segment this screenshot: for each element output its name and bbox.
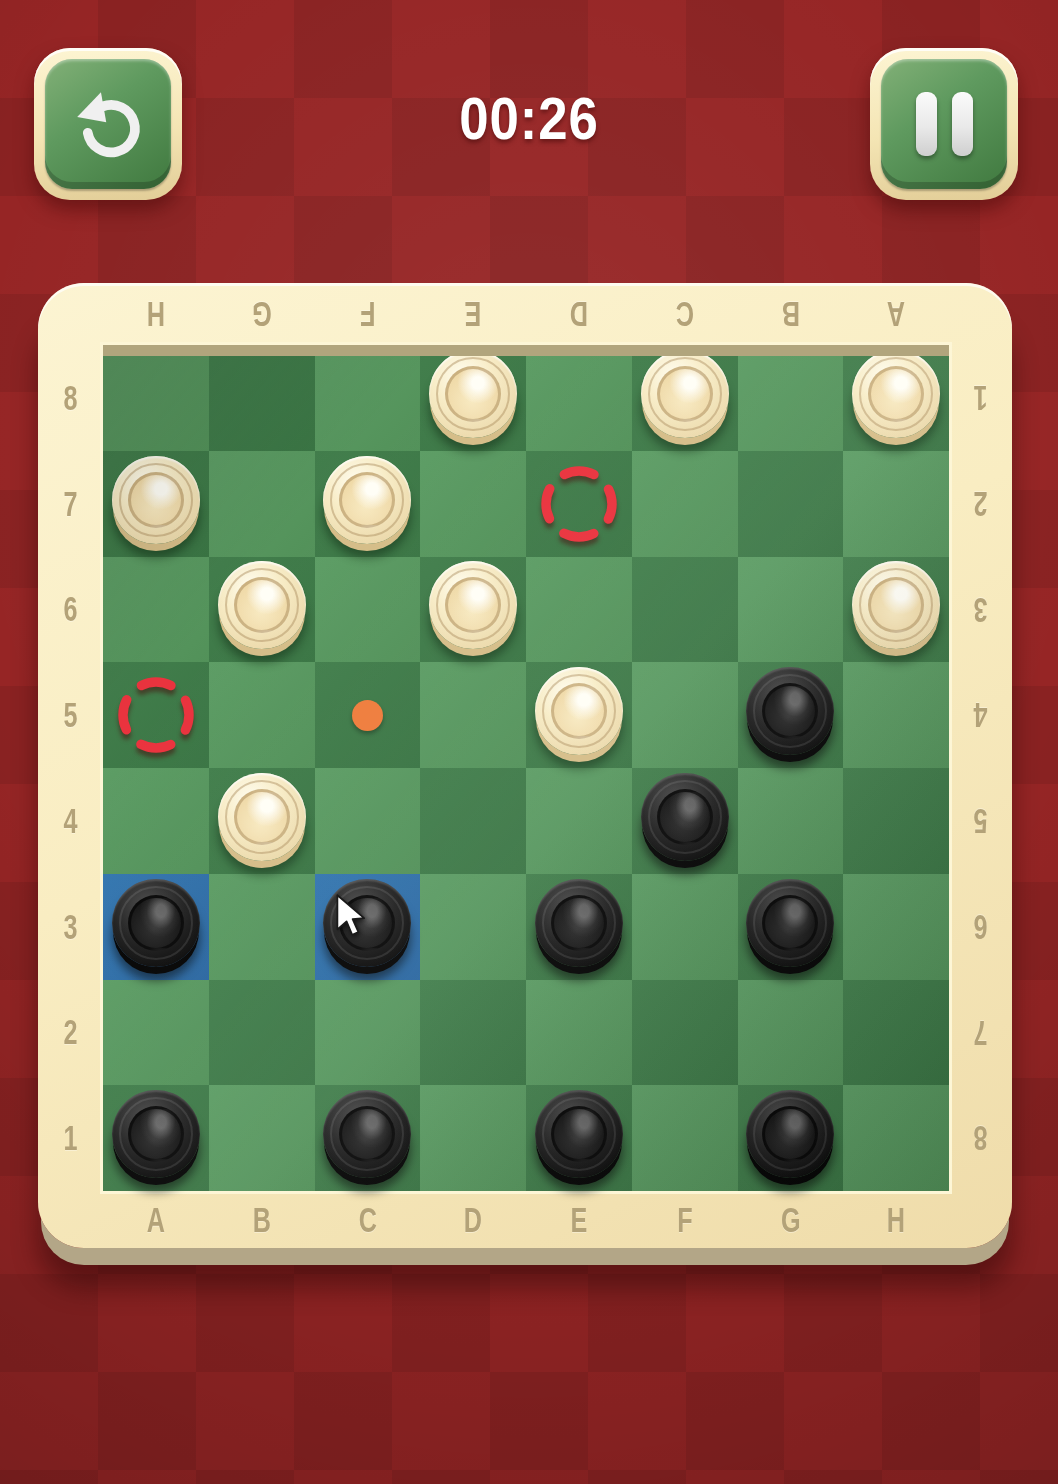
piece-white[interactable]: [323, 456, 411, 544]
square-b6[interactable]: [209, 557, 315, 663]
square-h4[interactable]: [843, 768, 949, 874]
square-a3[interactable]: [103, 874, 209, 980]
square-h5[interactable]: [843, 662, 949, 768]
square-f7[interactable]: [632, 451, 738, 557]
square-d8[interactable]: [420, 345, 526, 451]
rank-label-1: 1: [47, 1085, 94, 1191]
rank-label-right-4: 4: [958, 662, 1003, 768]
file-label-top-h: H: [118, 283, 194, 345]
file-label-top-c: C: [647, 283, 723, 345]
rank-label-right-1: 1: [958, 345, 1003, 451]
square-a1[interactable]: [103, 1085, 209, 1191]
rank-label-right-2: 2: [958, 451, 1003, 557]
rank-label-7: 7: [47, 451, 94, 557]
piece-white[interactable]: [429, 350, 517, 438]
square-f1[interactable]: [632, 1085, 738, 1191]
square-b8[interactable]: [209, 345, 315, 451]
capture-hint-ring-icon: [113, 672, 199, 758]
square-h1[interactable]: [843, 1085, 949, 1191]
square-h8[interactable]: [843, 345, 949, 451]
square-c4[interactable]: [315, 768, 421, 874]
square-g4[interactable]: [738, 768, 844, 874]
board-top-inset-shadow: [103, 345, 949, 356]
square-g6[interactable]: [738, 557, 844, 663]
square-a4[interactable]: [103, 768, 209, 874]
pause-bars-icon: [916, 92, 973, 156]
square-e4[interactable]: [526, 768, 632, 874]
file-labels-top: HGFEDCBA: [103, 283, 949, 345]
rank-label-2: 2: [47, 980, 94, 1086]
square-b1[interactable]: [209, 1085, 315, 1191]
piece-black[interactable]: [746, 667, 834, 755]
rank-label-5: 5: [47, 662, 94, 768]
square-b4[interactable]: [209, 768, 315, 874]
square-e8[interactable]: [526, 345, 632, 451]
square-d1[interactable]: [420, 1085, 526, 1191]
square-d2[interactable]: [420, 980, 526, 1086]
square-e5[interactable]: [526, 662, 632, 768]
piece-white[interactable]: [218, 561, 306, 649]
square-c7[interactable]: [315, 451, 421, 557]
square-f3[interactable]: [632, 874, 738, 980]
piece-white[interactable]: [852, 350, 940, 438]
square-e1[interactable]: [526, 1085, 632, 1191]
file-label-top-e: E: [435, 283, 511, 345]
square-f6[interactable]: [632, 557, 738, 663]
square-a6[interactable]: [103, 557, 209, 663]
square-f8[interactable]: [632, 345, 738, 451]
piece-black[interactable]: [535, 879, 623, 967]
rank-label-8: 8: [47, 345, 94, 451]
piece-white[interactable]: [641, 350, 729, 438]
square-h2[interactable]: [843, 980, 949, 1086]
rank-label-6: 6: [47, 557, 94, 663]
piece-white[interactable]: [112, 456, 200, 544]
square-e6[interactable]: [526, 557, 632, 663]
square-e2[interactable]: [526, 980, 632, 1086]
file-label-h: H: [858, 1191, 934, 1248]
square-a7[interactable]: [103, 451, 209, 557]
rank-label-4: 4: [47, 768, 94, 874]
square-c8[interactable]: [315, 345, 421, 451]
file-label-a: A: [118, 1191, 194, 1248]
piece-black[interactable]: [746, 879, 834, 967]
file-label-d: D: [435, 1191, 511, 1248]
rank-label-right-3: 3: [958, 557, 1003, 663]
file-label-f: F: [647, 1191, 723, 1248]
square-g3[interactable]: [738, 874, 844, 980]
checkers-board: [103, 345, 949, 1191]
rank-label-right-7: 7: [958, 980, 1003, 1086]
square-d4[interactable]: [420, 768, 526, 874]
capture-hint-ring-icon: [536, 461, 622, 547]
file-label-b: B: [224, 1191, 300, 1248]
file-label-c: C: [329, 1191, 405, 1248]
pause-bar-right: [952, 92, 973, 156]
square-g1[interactable]: [738, 1085, 844, 1191]
file-label-top-f: F: [329, 283, 405, 345]
rank-label-right-6: 6: [958, 874, 1003, 980]
checkers-app: { "hud": { "timer": "00:26", "undo_butto…: [0, 0, 1058, 1484]
square-h6[interactable]: [843, 557, 949, 663]
timer: 00:26: [63, 84, 994, 153]
piece-white[interactable]: [218, 773, 306, 861]
rank-labels-left: 87654321: [38, 345, 103, 1191]
file-label-top-g: G: [224, 283, 300, 345]
square-g2[interactable]: [738, 980, 844, 1086]
file-label-e: E: [541, 1191, 617, 1248]
square-d5[interactable]: [420, 662, 526, 768]
piece-black[interactable]: [323, 1090, 411, 1178]
square-b3[interactable]: [209, 874, 315, 980]
square-e3[interactable]: [526, 874, 632, 980]
file-labels-bottom: ABCDEFGH: [103, 1191, 949, 1248]
square-f2[interactable]: [632, 980, 738, 1086]
file-label-top-d: D: [541, 283, 617, 345]
square-d3[interactable]: [420, 874, 526, 980]
piece-black[interactable]: [112, 1090, 200, 1178]
piece-white[interactable]: [429, 561, 517, 649]
square-d6[interactable]: [420, 557, 526, 663]
square-f4[interactable]: [632, 768, 738, 874]
square-f5[interactable]: [632, 662, 738, 768]
square-c1[interactable]: [315, 1085, 421, 1191]
square-g5[interactable]: [738, 662, 844, 768]
piece-white[interactable]: [535, 667, 623, 755]
piece-black[interactable]: [112, 879, 200, 967]
pause-button[interactable]: [870, 48, 1018, 200]
square-a5[interactable]: [103, 662, 209, 768]
square-e7[interactable]: [526, 451, 632, 557]
square-g7[interactable]: [738, 451, 844, 557]
square-c6[interactable]: [315, 557, 421, 663]
piece-black[interactable]: [641, 773, 729, 861]
piece-black[interactable]: [746, 1090, 834, 1178]
rank-label-3: 3: [47, 874, 94, 980]
square-b5[interactable]: [209, 662, 315, 768]
move-dot-icon[interactable]: [352, 700, 383, 731]
square-b2[interactable]: [209, 980, 315, 1086]
square-c2[interactable]: [315, 980, 421, 1086]
rank-label-right-8: 8: [958, 1085, 1003, 1191]
pause-button-face[interactable]: [881, 59, 1007, 189]
square-h7[interactable]: [843, 451, 949, 557]
square-c5[interactable]: [315, 662, 421, 768]
square-a2[interactable]: [103, 980, 209, 1086]
rank-label-right-5: 5: [958, 768, 1003, 874]
square-h3[interactable]: [843, 874, 949, 980]
square-b7[interactable]: [209, 451, 315, 557]
square-d7[interactable]: [420, 451, 526, 557]
file-label-top-a: A: [858, 283, 934, 345]
square-c3[interactable]: [315, 874, 421, 980]
mouse-cursor-icon: [336, 894, 366, 936]
piece-black[interactable]: [535, 1090, 623, 1178]
file-label-g: G: [752, 1191, 828, 1248]
piece-white[interactable]: [852, 561, 940, 649]
pause-bar-left: [916, 92, 937, 156]
square-a8[interactable]: [103, 345, 209, 451]
rank-labels-right: 12345678: [949, 345, 1012, 1191]
file-label-top-b: B: [752, 283, 828, 345]
square-g8[interactable]: [738, 345, 844, 451]
